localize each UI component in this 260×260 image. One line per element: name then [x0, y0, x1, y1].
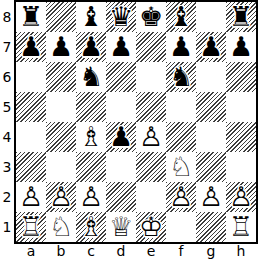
- square-f2[interactable]: ♟♙: [166, 182, 196, 212]
- piece-halo: ♟: [106, 122, 136, 152]
- piece-halo: ♟: [76, 32, 106, 62]
- piece-halo: ♟: [106, 32, 136, 62]
- piece-wP: ♙: [16, 182, 46, 212]
- piece-halo: ♛: [106, 212, 136, 242]
- piece-wR: ♖: [226, 212, 256, 242]
- square-c7[interactable]: ♟♟: [76, 32, 106, 62]
- square-d1[interactable]: ♛♕: [106, 212, 136, 242]
- square-g8[interactable]: [196, 2, 226, 32]
- piece-halo: ♟: [166, 182, 196, 212]
- piece-halo: ♟: [226, 32, 256, 62]
- square-a8[interactable]: ♜♜: [16, 2, 46, 32]
- piece-halo: ♟: [16, 182, 46, 212]
- piece-bP: ♟: [106, 32, 136, 62]
- piece-bP: ♟: [46, 32, 76, 62]
- square-f6[interactable]: ♞♞: [166, 62, 196, 92]
- piece-halo: ♝: [166, 2, 196, 32]
- square-h4[interactable]: [226, 122, 256, 152]
- piece-halo: ♟: [46, 32, 76, 62]
- square-h6[interactable]: [226, 62, 256, 92]
- square-e6[interactable]: [136, 62, 166, 92]
- piece-halo: ♞: [46, 212, 76, 242]
- square-e8[interactable]: ♚♚: [136, 2, 166, 32]
- square-a1[interactable]: ♜♖: [16, 212, 46, 242]
- piece-bR: ♜: [226, 2, 256, 32]
- square-a5[interactable]: [16, 92, 46, 122]
- square-h1[interactable]: ♜♖: [226, 212, 256, 242]
- square-g7[interactable]: ♟♟: [196, 32, 226, 62]
- piece-halo: ♞: [166, 62, 196, 92]
- square-c1[interactable]: ♝♗: [76, 212, 106, 242]
- square-d6[interactable]: [106, 62, 136, 92]
- square-d5[interactable]: [106, 92, 136, 122]
- square-b6[interactable]: [46, 62, 76, 92]
- piece-bP: ♟: [76, 32, 106, 62]
- rank-label-4: 4: [0, 122, 14, 152]
- square-f8[interactable]: ♝♝: [166, 2, 196, 32]
- piece-bB: ♝: [76, 2, 106, 32]
- file-label-d: d: [106, 244, 136, 260]
- piece-bK: ♚: [136, 2, 166, 32]
- piece-halo: ♝: [76, 212, 106, 242]
- piece-halo: ♟: [76, 182, 106, 212]
- square-f3[interactable]: ♞♘: [166, 152, 196, 182]
- square-c4[interactable]: ♝♗: [76, 122, 106, 152]
- piece-halo: ♟: [166, 32, 196, 62]
- piece-halo: ♟: [196, 182, 226, 212]
- square-a3[interactable]: [16, 152, 46, 182]
- file-label-b: b: [46, 244, 76, 260]
- square-h8[interactable]: ♜♜: [226, 2, 256, 32]
- square-b4[interactable]: [46, 122, 76, 152]
- piece-halo: ♚: [136, 2, 166, 32]
- square-f1[interactable]: [166, 212, 196, 242]
- rank-labels: 87654321: [0, 0, 14, 244]
- piece-halo: ♜: [16, 2, 46, 32]
- square-e7[interactable]: [136, 32, 166, 62]
- square-h2[interactable]: ♟♙: [226, 182, 256, 212]
- piece-wP: ♙: [166, 182, 196, 212]
- square-e3[interactable]: [136, 152, 166, 182]
- piece-wP: ♙: [46, 182, 76, 212]
- file-label-g: g: [196, 244, 226, 260]
- piece-bQ: ♛: [106, 2, 136, 32]
- file-labels: abcdefgh: [14, 244, 258, 260]
- piece-wP: ♙: [136, 122, 166, 152]
- file-label-c: c: [76, 244, 106, 260]
- piece-wB: ♗: [76, 212, 106, 242]
- chess-board: ♜♜♝♝♛♛♚♚♝♝♜♜♟♟♟♟♟♟♟♟♟♟♟♟♟♟♞♞♞♞♝♗♟♟♟♙♞♘♟♙…: [14, 0, 258, 244]
- piece-bP: ♟: [226, 32, 256, 62]
- rank-label-5: 5: [0, 92, 14, 122]
- square-d3[interactable]: [106, 152, 136, 182]
- square-c3[interactable]: [76, 152, 106, 182]
- square-a7[interactable]: ♟♟: [16, 32, 46, 62]
- square-f7[interactable]: ♟♟: [166, 32, 196, 62]
- square-c5[interactable]: [76, 92, 106, 122]
- rank-label-6: 6: [0, 62, 14, 92]
- piece-halo: ♞: [76, 62, 106, 92]
- square-g3[interactable]: [196, 152, 226, 182]
- file-label-a: a: [16, 244, 46, 260]
- piece-halo: ♝: [76, 2, 106, 32]
- square-b5[interactable]: [46, 92, 76, 122]
- square-d4[interactable]: ♟♟: [106, 122, 136, 152]
- square-e5[interactable]: [136, 92, 166, 122]
- piece-bR: ♜: [16, 2, 46, 32]
- piece-wQ: ♕: [106, 212, 136, 242]
- rank-label-1: 1: [0, 212, 14, 242]
- square-b7[interactable]: ♟♟: [46, 32, 76, 62]
- piece-halo: ♟: [196, 32, 226, 62]
- square-b1[interactable]: ♞♘: [46, 212, 76, 242]
- square-c2[interactable]: ♟♙: [76, 182, 106, 212]
- piece-halo: ♚: [136, 212, 166, 242]
- piece-bP: ♟: [196, 32, 226, 62]
- square-g5[interactable]: [196, 92, 226, 122]
- piece-bP: ♟: [16, 32, 46, 62]
- piece-halo: ♟: [136, 122, 166, 152]
- piece-bP: ♟: [166, 32, 196, 62]
- chess-diagram: 87654321 ♜♜♝♝♛♛♚♚♝♝♜♜♟♟♟♟♟♟♟♟♟♟♟♟♟♟♞♞♞♞♝…: [0, 0, 260, 260]
- square-a4[interactable]: [16, 122, 46, 152]
- file-label-e: e: [136, 244, 166, 260]
- piece-halo: ♜: [226, 2, 256, 32]
- square-d7[interactable]: ♟♟: [106, 32, 136, 62]
- square-h3[interactable]: [226, 152, 256, 182]
- piece-halo: ♞: [166, 152, 196, 182]
- square-f4[interactable]: [166, 122, 196, 152]
- square-g6[interactable]: [196, 62, 226, 92]
- file-label-f: f: [166, 244, 196, 260]
- square-a2[interactable]: ♟♙: [16, 182, 46, 212]
- piece-wP: ♙: [76, 182, 106, 212]
- piece-halo: ♛: [106, 2, 136, 32]
- piece-wP: ♙: [196, 182, 226, 212]
- square-h7[interactable]: ♟♟: [226, 32, 256, 62]
- square-b8[interactable]: [46, 2, 76, 32]
- square-g2[interactable]: ♟♙: [196, 182, 226, 212]
- board-frame: 87654321 ♜♜♝♝♛♛♚♚♝♝♜♜♟♟♟♟♟♟♟♟♟♟♟♟♟♟♞♞♞♞♝…: [0, 0, 260, 260]
- piece-wR: ♖: [16, 212, 46, 242]
- piece-halo: ♜: [16, 212, 46, 242]
- square-g4[interactable]: [196, 122, 226, 152]
- piece-wN: ♘: [46, 212, 76, 242]
- piece-bN: ♞: [76, 62, 106, 92]
- square-e4[interactable]: ♟♙: [136, 122, 166, 152]
- rank-label-3: 3: [0, 152, 14, 182]
- square-g1[interactable]: [196, 212, 226, 242]
- square-b3[interactable]: [46, 152, 76, 182]
- piece-halo: ♟: [16, 32, 46, 62]
- piece-wK: ♔: [136, 212, 166, 242]
- square-d8[interactable]: ♛♛: [106, 2, 136, 32]
- piece-halo: ♝: [76, 122, 106, 152]
- square-h5[interactable]: [226, 92, 256, 122]
- square-e1[interactable]: ♚♔: [136, 212, 166, 242]
- piece-halo: ♟: [46, 182, 76, 212]
- square-b2[interactable]: ♟♙: [46, 182, 76, 212]
- square-f5[interactable]: [166, 92, 196, 122]
- square-a6[interactable]: [16, 62, 46, 92]
- piece-halo: ♟: [226, 182, 256, 212]
- square-c6[interactable]: ♞♞: [76, 62, 106, 92]
- square-e2[interactable]: [136, 182, 166, 212]
- piece-wB: ♗: [76, 122, 106, 152]
- square-c8[interactable]: ♝♝: [76, 2, 106, 32]
- piece-bP: ♟: [106, 122, 136, 152]
- rank-label-2: 2: [0, 182, 14, 212]
- rank-label-7: 7: [0, 32, 14, 62]
- piece-wN: ♘: [166, 152, 196, 182]
- file-label-h: h: [226, 244, 256, 260]
- piece-bB: ♝: [166, 2, 196, 32]
- piece-bN: ♞: [166, 62, 196, 92]
- piece-halo: ♜: [226, 212, 256, 242]
- rank-label-8: 8: [0, 2, 14, 32]
- piece-wP: ♙: [226, 182, 256, 212]
- square-d2[interactable]: [106, 182, 136, 212]
